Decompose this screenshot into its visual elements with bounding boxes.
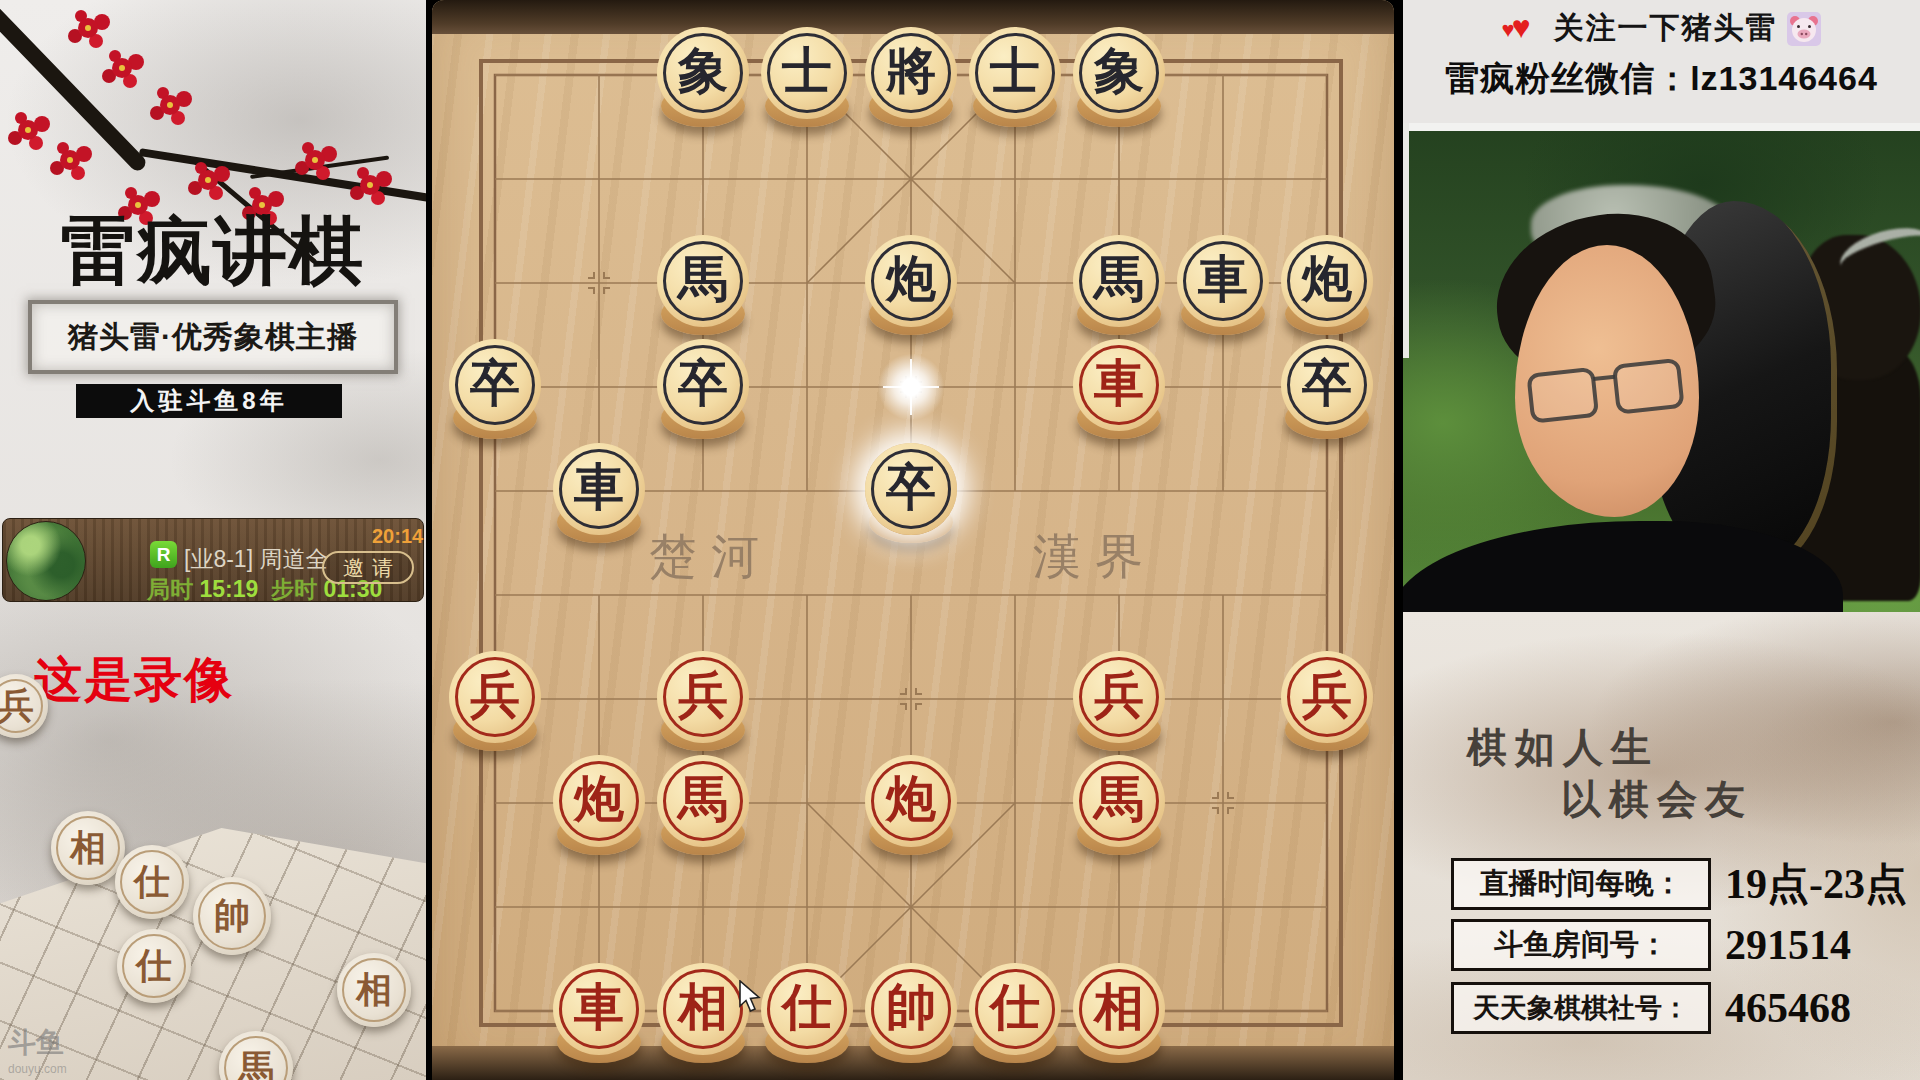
photo-piece: 仕 — [115, 845, 189, 919]
piece-face: 車 — [1073, 339, 1165, 431]
piece-face: 炮 — [865, 235, 957, 327]
piece-glyph: 卒 — [657, 339, 749, 431]
plum-blossom — [360, 175, 380, 195]
piece-black-馬[interactable]: 馬 — [1073, 235, 1165, 339]
plum-blossom — [198, 170, 218, 190]
xiangqi-board[interactable]: 楚河漢界 象 士 將 — [432, 0, 1394, 1080]
wall-clock: 20:14 — [372, 525, 418, 548]
piece-glyph: 炮 — [865, 235, 957, 327]
piece-face: 卒 — [449, 339, 541, 431]
piece-glyph: 帥 — [865, 963, 957, 1055]
piece-black-卒[interactable]: 卒 — [865, 443, 957, 547]
piece-red-兵[interactable]: 兵 — [657, 651, 749, 755]
photo-piece: 馬 — [219, 1031, 293, 1080]
plum-branch-art — [0, 0, 149, 174]
piece-red-炮[interactable]: 炮 — [865, 755, 957, 859]
piece-glyph: 象 — [1073, 27, 1165, 119]
piece-face: 兵 — [1073, 651, 1165, 743]
photo-piece: 相 — [51, 811, 125, 885]
piece-face: 兵 — [449, 651, 541, 743]
last-move-origin-marker — [873, 349, 949, 425]
piece-face: 象 — [1073, 27, 1165, 119]
follow-text: 关注一下猪头雷 — [1554, 8, 1778, 49]
stream-subtitle-frame: 猪头雷·优秀象棋主播 — [28, 300, 398, 374]
piece-red-兵[interactable]: 兵 — [1073, 651, 1165, 755]
piece-glyph: 車 — [1073, 339, 1165, 431]
plum-blossom — [78, 18, 98, 38]
piece-red-仕[interactable]: 仕 — [761, 963, 853, 1067]
svg-text:漢界: 漢界 — [1033, 530, 1157, 583]
room-number-row: 斗鱼房间号： 291514 — [1451, 919, 1851, 971]
piece-face: 車 — [553, 963, 645, 1055]
piece-red-兵[interactable]: 兵 — [449, 651, 541, 755]
webcam-edge — [1403, 123, 1920, 131]
opponent-name: [业8-1] 周道全 — [184, 544, 328, 575]
piece-red-仕[interactable]: 仕 — [969, 963, 1061, 1067]
piece-face: 帥 — [865, 963, 957, 1055]
recording-notice: 这是录像 — [34, 648, 234, 712]
piece-red-炮[interactable]: 炮 — [553, 755, 645, 859]
schedule-label: 直播时间每晚： — [1451, 858, 1711, 910]
piece-black-卒[interactable]: 卒 — [449, 339, 541, 443]
piece-face: 炮 — [865, 755, 957, 847]
streamer-webcam — [1403, 123, 1920, 612]
photo-piece: 兵 — [0, 674, 48, 738]
club-number-label: 天天象棋棋社号： — [1451, 982, 1711, 1034]
piece-face: 相 — [657, 963, 749, 1055]
piece-black-將[interactable]: 將 — [865, 27, 957, 131]
douyu-watermark: 斗鱼 douyu.com — [8, 1030, 67, 1080]
follow-line: ♥♥ 关注一下猪头雷 — [1403, 8, 1920, 49]
piece-face: 卒 — [657, 339, 749, 431]
plum-blossom — [160, 95, 180, 115]
piece-black-象[interactable]: 象 — [657, 27, 749, 131]
room-number-value: 291514 — [1725, 921, 1851, 969]
piece-black-馬[interactable]: 馬 — [657, 235, 749, 339]
club-number-row: 天天象棋棋社号： 465468 — [1451, 982, 1851, 1034]
piece-face: 卒 — [1281, 339, 1373, 431]
piece-face: 卒 — [865, 443, 957, 535]
piece-black-炮[interactable]: 炮 — [1281, 235, 1373, 339]
mouse-cursor — [738, 980, 764, 1014]
piece-face: 馬 — [657, 755, 749, 847]
rank-badge: R — [150, 541, 177, 568]
schedule-block: 棋如人生 以棋会友 直播时间每晚： 19点-23点 斗鱼房间号： 291514 … — [1403, 612, 1920, 1080]
piece-glyph: 象 — [657, 27, 749, 119]
glasses-lens — [1526, 367, 1599, 424]
piece-glyph: 卒 — [865, 443, 957, 535]
piece-glyph: 兵 — [449, 651, 541, 743]
piece-red-帥[interactable]: 帥 — [865, 963, 957, 1067]
piece-red-車[interactable]: 車 — [553, 963, 645, 1067]
platform-years-banner: 入驻斗鱼8年 — [76, 384, 342, 418]
move-time-label: 步时 — [271, 576, 317, 602]
game-time-label: 局时 — [147, 576, 193, 602]
plum-blossom — [305, 150, 325, 170]
piece-face: 相 — [1073, 963, 1165, 1055]
piece-glyph: 仕 — [761, 963, 853, 1055]
piece-face: 士 — [761, 27, 853, 119]
piece-glyph: 車 — [553, 443, 645, 535]
piece-face: 士 — [969, 27, 1061, 119]
piece-face: 馬 — [657, 235, 749, 327]
piece-red-相[interactable]: 相 — [1073, 963, 1165, 1067]
piece-glyph: 馬 — [1073, 235, 1165, 327]
motto-line-1: 棋如人生 — [1467, 720, 1659, 775]
piece-face: 炮 — [1281, 235, 1373, 327]
stream-title: 雷疯讲棋 — [0, 202, 426, 302]
piece-black-卒[interactable]: 卒 — [1281, 339, 1373, 443]
game-time-value: 15:19 — [199, 576, 258, 602]
piece-glyph: 車 — [553, 963, 645, 1055]
photo-piece: 仕 — [117, 929, 191, 1003]
right-panel: ♥♥ 关注一下猪头雷 雷疯粉丝微信：lz13146464 — [1403, 0, 1920, 1080]
schedule-row: 直播时间每晚： 19点-23点 — [1451, 856, 1907, 912]
left-branding-panel: 雷疯讲棋 猪头雷·优秀象棋主播 入驻斗鱼8年 R [业8-1] 周道全 局时 1… — [0, 0, 426, 1080]
piece-red-兵[interactable]: 兵 — [1281, 651, 1373, 755]
hearts-icon: ♥♥ — [1502, 11, 1546, 47]
piece-glyph: 馬 — [657, 235, 749, 327]
piece-glyph: 卒 — [1281, 339, 1373, 431]
piece-face: 兵 — [1281, 651, 1373, 743]
piece-red-馬[interactable]: 馬 — [1073, 755, 1165, 859]
piece-face: 兵 — [657, 651, 749, 743]
plum-blossom — [60, 150, 80, 170]
invite-button[interactable]: 邀请 — [322, 551, 414, 584]
photo-piece: 相 — [337, 953, 411, 1027]
piece-glyph: 馬 — [657, 755, 749, 847]
piece-glyph: 兵 — [1073, 651, 1165, 743]
wechat-line: 雷疯粉丝微信：lz13146464 — [1403, 56, 1920, 102]
piece-glyph: 將 — [865, 27, 957, 119]
piece-glyph: 相 — [657, 963, 749, 1055]
douyu-logo-subtext: douyu.com — [8, 1056, 67, 1080]
plum-blossom — [112, 58, 132, 78]
piece-red-馬[interactable]: 馬 — [657, 755, 749, 859]
opponent-avatar[interactable] — [6, 521, 86, 601]
piece-face: 將 — [865, 27, 957, 119]
piece-glyph: 炮 — [1281, 235, 1373, 327]
piece-red-車[interactable]: 車 — [1073, 339, 1165, 443]
piece-glyph: 車 — [1177, 235, 1269, 327]
piece-glyph: 士 — [969, 27, 1061, 119]
piece-black-象[interactable]: 象 — [1073, 27, 1165, 131]
piece-face: 仕 — [969, 963, 1061, 1055]
piece-glyph: 炮 — [865, 755, 957, 847]
glasses-lens — [1612, 358, 1685, 415]
motto-line-2: 以棋会友 — [1561, 772, 1753, 827]
piece-face: 車 — [1177, 235, 1269, 327]
plum-blossom — [18, 120, 38, 140]
svg-text:楚河: 楚河 — [649, 530, 773, 583]
pig-emoji-icon — [1786, 11, 1822, 47]
piece-glyph: 炮 — [553, 755, 645, 847]
piece-face: 車 — [553, 443, 645, 535]
piece-black-炮[interactable]: 炮 — [865, 235, 957, 339]
piece-glyph: 士 — [761, 27, 853, 119]
piece-glyph: 馬 — [1073, 755, 1165, 847]
photo-piece: 帥 — [193, 877, 271, 955]
piece-glyph: 兵 — [657, 651, 749, 743]
piece-face: 仕 — [761, 963, 853, 1055]
stream-subtitle: 猪头雷·优秀象棋主播 — [68, 320, 358, 353]
piece-face: 馬 — [1073, 755, 1165, 847]
piece-glyph: 兵 — [1281, 651, 1373, 743]
club-number-value: 465468 — [1725, 984, 1851, 1032]
piece-glyph: 卒 — [449, 339, 541, 431]
piece-face: 炮 — [553, 755, 645, 847]
piece-red-相[interactable]: 相 — [657, 963, 749, 1067]
piece-face: 象 — [657, 27, 749, 119]
piece-black-車[interactable]: 車 — [553, 443, 645, 547]
follow-info-block: ♥♥ 关注一下猪头雷 雷疯粉丝微信：lz13146464 — [1403, 0, 1920, 123]
piece-black-卒[interactable]: 卒 — [657, 339, 749, 443]
webcam-edge — [1403, 123, 1409, 358]
schedule-value: 19点-23点 — [1725, 856, 1907, 912]
stream-screen: 雷疯讲棋 猪头雷·优秀象棋主播 入驻斗鱼8年 R [业8-1] 周道全 局时 1… — [0, 0, 1920, 1080]
piece-glyph: 仕 — [969, 963, 1061, 1055]
room-number-label: 斗鱼房间号： — [1451, 919, 1711, 971]
piece-black-士[interactable]: 士 — [969, 27, 1061, 131]
piece-face: 馬 — [1073, 235, 1165, 327]
glasses-bridge — [1593, 375, 1615, 381]
piece-black-車[interactable]: 車 — [1177, 235, 1269, 339]
piece-glyph: 相 — [1073, 963, 1165, 1055]
douyu-logo-text: 斗鱼 — [8, 1027, 64, 1058]
piece-black-士[interactable]: 士 — [761, 27, 853, 131]
